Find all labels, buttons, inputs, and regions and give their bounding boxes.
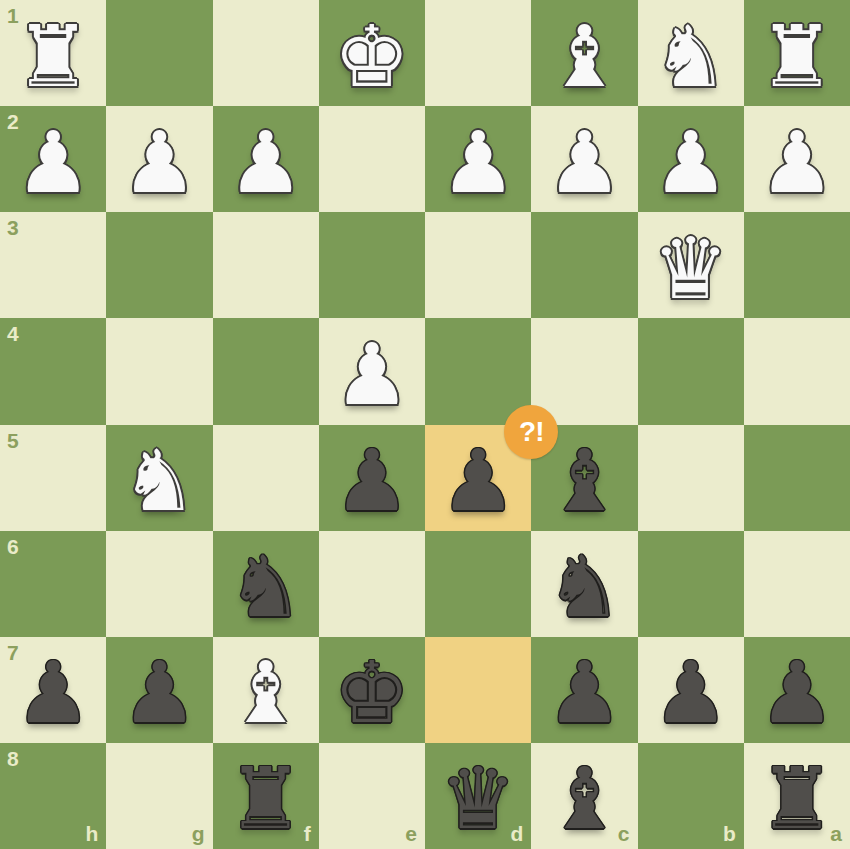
square-a2[interactable]: ♟ xyxy=(744,106,850,212)
square-g7[interactable]: ♟ xyxy=(106,637,212,743)
square-b5[interactable] xyxy=(638,425,744,531)
square-b6[interactable] xyxy=(638,531,744,637)
black-king-piece[interactable]: ♚ xyxy=(334,650,410,735)
white-pawn-piece[interactable]: ♟ xyxy=(121,120,197,205)
square-f3[interactable] xyxy=(213,212,319,318)
square-c7[interactable]: ♟ xyxy=(531,637,637,743)
move-classification-badge: ?! xyxy=(504,405,558,459)
square-d3[interactable] xyxy=(425,212,531,318)
black-knight-piece[interactable]: ♞ xyxy=(546,544,622,629)
white-knight-piece[interactable]: ♞ xyxy=(653,14,729,99)
square-c4[interactable] xyxy=(531,318,637,424)
square-f1[interactable] xyxy=(213,0,319,106)
square-b7[interactable]: ♟ xyxy=(638,637,744,743)
black-pawn-piece[interactable]: ♟ xyxy=(759,650,835,735)
rank-label-6: 6 xyxy=(7,535,19,559)
square-f7[interactable]: ♝ xyxy=(213,637,319,743)
square-f4[interactable] xyxy=(213,318,319,424)
rank-label-3: 3 xyxy=(7,216,19,240)
square-e6[interactable] xyxy=(319,531,425,637)
white-pawn-piece[interactable]: ♟ xyxy=(440,120,516,205)
file-label-e: e xyxy=(405,822,417,846)
white-pawn-piece[interactable]: ♟ xyxy=(546,120,622,205)
black-pawn-piece[interactable]: ♟ xyxy=(15,650,91,735)
square-g4[interactable] xyxy=(106,318,212,424)
square-g5[interactable]: ♞ xyxy=(106,425,212,531)
square-h2[interactable]: 2♟ xyxy=(0,106,106,212)
rank-label-8: 8 xyxy=(7,747,19,771)
white-king-piece[interactable]: ♚ xyxy=(334,14,410,99)
white-knight-piece[interactable]: ♞ xyxy=(121,438,197,523)
white-bishop-piece[interactable]: ♝ xyxy=(228,650,304,735)
square-b8[interactable]: b xyxy=(638,743,744,849)
rank-label-5: 5 xyxy=(7,429,19,453)
square-c3[interactable] xyxy=(531,212,637,318)
white-pawn-piece[interactable]: ♟ xyxy=(334,332,410,417)
square-f2[interactable]: ♟ xyxy=(213,106,319,212)
square-h8[interactable]: 8h xyxy=(0,743,106,849)
square-e1[interactable]: ♚ xyxy=(319,0,425,106)
square-e8[interactable]: e xyxy=(319,743,425,849)
square-d8[interactable]: d♛ xyxy=(425,743,531,849)
file-label-h: h xyxy=(85,822,98,846)
black-rook-piece[interactable]: ♜ xyxy=(759,756,835,841)
white-rook-piece[interactable]: ♜ xyxy=(759,14,835,99)
square-g2[interactable]: ♟ xyxy=(106,106,212,212)
square-b1[interactable]: ♞ xyxy=(638,0,744,106)
square-a3[interactable] xyxy=(744,212,850,318)
square-h6[interactable]: 6 xyxy=(0,531,106,637)
black-bishop-piece[interactable]: ♝ xyxy=(546,438,622,523)
square-c8[interactable]: c♝ xyxy=(531,743,637,849)
square-b2[interactable]: ♟ xyxy=(638,106,744,212)
square-b4[interactable] xyxy=(638,318,744,424)
square-d2[interactable]: ♟ xyxy=(425,106,531,212)
white-pawn-piece[interactable]: ♟ xyxy=(759,120,835,205)
square-g6[interactable] xyxy=(106,531,212,637)
black-queen-piece[interactable]: ♛ xyxy=(440,756,516,841)
square-g8[interactable]: g xyxy=(106,743,212,849)
square-f8[interactable]: f♜ xyxy=(213,743,319,849)
chess-board: 1♜♚♝♞♜2♟♟♟♟♟♟♟3♛4♟5♞♟♟?!♝6♞♞7♟♟♝♚♟♟♟8hgf… xyxy=(0,0,850,849)
rank-label-4: 4 xyxy=(7,322,19,346)
square-e5[interactable]: ♟ xyxy=(319,425,425,531)
square-a5[interactable] xyxy=(744,425,850,531)
square-c6[interactable]: ♞ xyxy=(531,531,637,637)
black-knight-piece[interactable]: ♞ xyxy=(228,544,304,629)
white-pawn-piece[interactable]: ♟ xyxy=(653,120,729,205)
square-e3[interactable] xyxy=(319,212,425,318)
square-g3[interactable] xyxy=(106,212,212,318)
square-a6[interactable] xyxy=(744,531,850,637)
square-a7[interactable]: ♟ xyxy=(744,637,850,743)
file-label-b: b xyxy=(723,822,736,846)
file-label-g: g xyxy=(192,822,205,846)
black-pawn-piece[interactable]: ♟ xyxy=(653,650,729,735)
black-pawn-piece[interactable]: ♟ xyxy=(440,438,516,523)
square-h5[interactable]: 5 xyxy=(0,425,106,531)
square-d1[interactable] xyxy=(425,0,531,106)
square-h1[interactable]: 1♜ xyxy=(0,0,106,106)
square-h3[interactable]: 3 xyxy=(0,212,106,318)
white-bishop-piece[interactable]: ♝ xyxy=(546,14,622,99)
square-h4[interactable]: 4 xyxy=(0,318,106,424)
square-b3[interactable]: ♛ xyxy=(638,212,744,318)
black-pawn-piece[interactable]: ♟ xyxy=(334,438,410,523)
white-rook-piece[interactable]: ♜ xyxy=(15,14,91,99)
square-e2[interactable] xyxy=(319,106,425,212)
square-c2[interactable]: ♟ xyxy=(531,106,637,212)
square-a8[interactable]: a♜ xyxy=(744,743,850,849)
square-e7[interactable]: ♚ xyxy=(319,637,425,743)
white-queen-piece[interactable]: ♛ xyxy=(653,226,729,311)
black-pawn-piece[interactable]: ♟ xyxy=(546,650,622,735)
black-pawn-piece[interactable]: ♟ xyxy=(121,650,197,735)
square-d6[interactable] xyxy=(425,531,531,637)
square-d5[interactable]: ♟?! xyxy=(425,425,531,531)
square-a1[interactable]: ♜ xyxy=(744,0,850,106)
square-f6[interactable]: ♞ xyxy=(213,531,319,637)
square-g1[interactable] xyxy=(106,0,212,106)
square-e4[interactable]: ♟ xyxy=(319,318,425,424)
square-h7[interactable]: 7♟ xyxy=(0,637,106,743)
square-d7[interactable] xyxy=(425,637,531,743)
square-c1[interactable]: ♝ xyxy=(531,0,637,106)
black-bishop-piece[interactable]: ♝ xyxy=(546,756,622,841)
square-f5[interactable] xyxy=(213,425,319,531)
white-pawn-piece[interactable]: ♟ xyxy=(228,120,304,205)
white-pawn-piece[interactable]: ♟ xyxy=(15,120,91,205)
square-a4[interactable] xyxy=(744,318,850,424)
file-label-f: f xyxy=(304,822,311,846)
black-rook-piece[interactable]: ♜ xyxy=(228,756,304,841)
